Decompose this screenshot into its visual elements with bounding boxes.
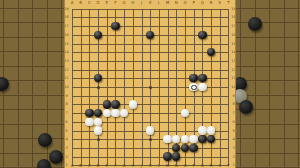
- background-grid-line: [0, 95, 64, 96]
- background-grid-line: [236, 138, 300, 139]
- black-stone: [172, 152, 180, 160]
- background-grid-line: [284, 0, 285, 168]
- background-grid-line: [236, 22, 300, 23]
- column-label-top: H: [130, 1, 136, 5]
- background-grid-line: [236, 167, 300, 168]
- white-stone: [189, 83, 197, 91]
- background-grid-line: [236, 153, 300, 154]
- star-point: [149, 86, 152, 89]
- row-label-left: 7: [64, 111, 70, 115]
- background-grid-line: [269, 0, 270, 168]
- grid-line-horizontal: [72, 96, 229, 97]
- black-stone: [172, 144, 180, 152]
- column-label-bottom: S: [217, 164, 223, 168]
- black-stone: [163, 152, 171, 160]
- background-grid-line: [0, 138, 64, 139]
- column-label-bottom: N: [173, 164, 179, 168]
- column-label-bottom: L: [156, 164, 162, 168]
- row-label-right: 11: [231, 76, 237, 80]
- row-label-left: 17: [64, 24, 70, 28]
- column-label-bottom: M: [165, 164, 171, 168]
- row-label-right: 18: [231, 15, 237, 19]
- column-label-bottom: C: [86, 164, 92, 168]
- background-stone: [248, 17, 262, 31]
- column-label-top: B: [78, 1, 84, 5]
- background-grid-line: [61, 0, 62, 168]
- row-label-left: 6: [64, 120, 70, 124]
- black-stone: [198, 135, 206, 143]
- row-label-left: 19: [64, 7, 70, 11]
- background-grid-line: [18, 0, 19, 168]
- black-stone: [94, 31, 102, 39]
- goban[interactable]: AABBCCDDEEFFGGHHJJKKLLMMNNOOPPQQRRSSTT19…: [64, 0, 236, 168]
- black-stone: [146, 31, 154, 39]
- grid-line-vertical: [220, 9, 221, 167]
- grid-line-vertical: [159, 9, 160, 167]
- black-stone: [111, 22, 119, 30]
- row-label-left: 4: [64, 137, 70, 141]
- row-label-right: 15: [231, 42, 237, 46]
- black-stone: [103, 100, 111, 108]
- background-grid-line: [236, 8, 300, 9]
- dimmed-background-board-right: [236, 0, 300, 168]
- row-label-right: 12: [231, 68, 237, 72]
- background-grid-line: [0, 37, 64, 38]
- background-grid-line: [32, 0, 33, 168]
- column-label-bottom: K: [147, 164, 153, 168]
- row-label-right: 17: [231, 24, 237, 28]
- white-stone: [103, 109, 111, 117]
- row-label-right: 2: [231, 155, 237, 159]
- white-stone: [172, 135, 180, 143]
- star-point: [149, 138, 152, 141]
- column-label-bottom: A: [69, 164, 75, 168]
- background-grid-line: [0, 22, 64, 23]
- background-stone: [0, 77, 9, 91]
- row-label-left: 16: [64, 33, 70, 37]
- column-label-bottom: F: [112, 164, 118, 168]
- black-stone: [94, 74, 102, 82]
- white-stone: [111, 109, 119, 117]
- background-stone: [37, 159, 51, 168]
- row-label-right: 7: [231, 111, 237, 115]
- row-label-left: 13: [64, 59, 70, 63]
- black-stone: [85, 109, 93, 117]
- column-label-top: P: [191, 1, 197, 5]
- dimmed-background-board-left: [0, 0, 64, 168]
- star-point: [97, 138, 100, 141]
- column-label-bottom: E: [104, 164, 110, 168]
- column-label-bottom: B: [78, 164, 84, 168]
- column-label-bottom: H: [130, 164, 136, 168]
- white-stone: [85, 118, 93, 126]
- column-label-top: O: [182, 1, 188, 5]
- black-stone: [207, 48, 215, 56]
- grid-line-horizontal: [72, 104, 229, 105]
- star-point: [97, 86, 100, 89]
- column-label-top: M: [165, 1, 171, 5]
- black-stone: [181, 144, 189, 152]
- column-label-bottom: P: [191, 164, 197, 168]
- column-label-top: Q: [199, 1, 205, 5]
- row-label-left: 14: [64, 50, 70, 54]
- column-label-top: A: [69, 1, 75, 5]
- row-label-right: 3: [231, 146, 237, 150]
- background-grid-line: [0, 8, 64, 9]
- background-stone: [38, 133, 52, 147]
- black-stone: [111, 100, 119, 108]
- grid-line-horizontal: [72, 157, 229, 158]
- column-label-top: G: [121, 1, 127, 5]
- column-label-bottom: G: [121, 164, 127, 168]
- column-label-top: E: [104, 1, 110, 5]
- column-label-top: T: [225, 1, 231, 5]
- background-grid-line: [0, 66, 64, 67]
- row-label-left: 3: [64, 146, 70, 150]
- background-grid-line: [0, 167, 64, 168]
- column-label-bottom: O: [182, 164, 188, 168]
- row-label-right: 10: [231, 85, 237, 89]
- background-grid-line: [0, 51, 64, 52]
- background-grid-line: [236, 66, 300, 67]
- row-label-right: 13: [231, 59, 237, 63]
- column-label-top: S: [217, 1, 223, 5]
- row-label-right: 14: [231, 50, 237, 54]
- background-grid-line: [0, 124, 64, 125]
- column-label-top: D: [95, 1, 101, 5]
- white-stone: [198, 83, 206, 91]
- row-label-right: 6: [231, 120, 237, 124]
- row-label-left: 18: [64, 15, 70, 19]
- black-stone: [189, 74, 197, 82]
- column-label-top: L: [156, 1, 162, 5]
- white-stone: [198, 126, 206, 134]
- column-label-top: J: [139, 1, 145, 5]
- column-label-top: K: [147, 1, 153, 5]
- black-stone: [207, 135, 215, 143]
- grid-line-vertical: [228, 9, 229, 167]
- row-label-right: 1: [231, 163, 237, 167]
- background-grid-line: [236, 37, 300, 38]
- white-stone: [163, 135, 171, 143]
- black-stone: [189, 144, 197, 152]
- row-label-left: 2: [64, 155, 70, 159]
- white-stone: [94, 118, 102, 126]
- white-stone: [181, 109, 189, 117]
- row-label-left: 1: [64, 163, 70, 167]
- column-label-bottom: Q: [199, 164, 205, 168]
- row-label-right: 16: [231, 33, 237, 37]
- row-label-left: 5: [64, 129, 70, 133]
- row-label-right: 5: [231, 129, 237, 133]
- last-move-marker: [191, 85, 197, 91]
- column-label-top: F: [112, 1, 118, 5]
- row-label-right: 19: [231, 7, 237, 11]
- background-grid-line: [0, 109, 64, 110]
- white-stone: [181, 135, 189, 143]
- row-label-right: 4: [231, 137, 237, 141]
- white-stone: [120, 109, 128, 117]
- row-label-left: 9: [64, 94, 70, 98]
- column-label-bottom: J: [139, 164, 145, 168]
- column-label-top: N: [173, 1, 179, 5]
- row-label-left: 12: [64, 68, 70, 72]
- background-grid-line: [236, 51, 300, 52]
- white-stone: [189, 135, 197, 143]
- column-label-top: C: [86, 1, 92, 5]
- black-stone: [198, 74, 206, 82]
- black-stone: [94, 109, 102, 117]
- column-label-bottom: R: [208, 164, 214, 168]
- column-label-bottom: D: [95, 164, 101, 168]
- white-stone: [129, 100, 137, 108]
- background-stone: [239, 100, 253, 114]
- background-stone: [49, 150, 63, 164]
- background-grid-line: [236, 124, 300, 125]
- row-label-left: 15: [64, 42, 70, 46]
- row-label-left: 11: [64, 76, 70, 80]
- grid-line-horizontal: [72, 148, 229, 149]
- black-stone: [198, 31, 206, 39]
- go-app-screen: AABBCCDDEEFFGGHHJJKKLLMMNNOOPPQQRRSSTT19…: [0, 0, 300, 168]
- white-stone: [146, 126, 154, 134]
- row-label-right: 8: [231, 102, 237, 106]
- row-label-right: 9: [231, 94, 237, 98]
- white-stone: [94, 126, 102, 134]
- background-grid-line: [0, 80, 64, 81]
- row-label-left: 10: [64, 85, 70, 89]
- white-stone: [207, 126, 215, 134]
- column-label-top: R: [208, 1, 214, 5]
- row-label-left: 8: [64, 102, 70, 106]
- background-grid-line: [298, 0, 299, 168]
